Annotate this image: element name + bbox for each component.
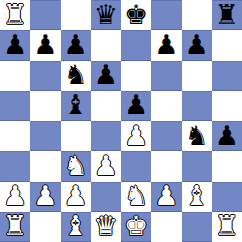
black-pawn[interactable]: ♟︎ — [215, 122, 239, 149]
square-b2[interactable]: ♟︎ — [30, 182, 60, 212]
square-c2[interactable]: ♟︎ — [61, 182, 91, 212]
square-a7[interactable]: ♟︎ — [0, 30, 30, 60]
square-g3[interactable] — [182, 151, 212, 181]
black-pawn[interactable]: ♟︎ — [64, 31, 88, 58]
black-pawn[interactable]: ♟︎ — [3, 31, 27, 58]
square-a1[interactable]: ♜︎ — [0, 212, 30, 242]
white-knight[interactable]: ♞︎ — [64, 152, 88, 179]
square-d1[interactable]: ♛︎ — [91, 212, 121, 242]
black-pawn[interactable]: ♟︎ — [154, 31, 178, 58]
square-c6[interactable]: ♞︎ — [61, 61, 91, 91]
white-bishop[interactable]: ♝︎ — [185, 182, 209, 209]
square-h5[interactable] — [212, 91, 242, 121]
square-g5[interactable] — [182, 91, 212, 121]
square-e1[interactable]: ♚︎ — [121, 212, 151, 242]
white-pawn[interactable]: ♟︎ — [124, 122, 148, 149]
square-c7[interactable]: ♟︎ — [61, 30, 91, 60]
square-g1[interactable] — [182, 212, 212, 242]
white-bishop[interactable]: ♝︎ — [64, 212, 88, 239]
square-a2[interactable]: ♟︎ — [0, 182, 30, 212]
square-h1[interactable]: ♜︎ — [212, 212, 242, 242]
square-h3[interactable] — [212, 151, 242, 181]
square-g4[interactable]: ♞︎ — [182, 121, 212, 151]
square-a8[interactable]: ♜︎ — [0, 0, 30, 30]
square-e2[interactable]: ♞︎ — [121, 182, 151, 212]
square-e7[interactable] — [121, 30, 151, 60]
square-a5[interactable] — [0, 91, 30, 121]
square-g6[interactable] — [182, 61, 212, 91]
square-b3[interactable] — [30, 151, 60, 181]
white-pawn[interactable]: ♟︎ — [3, 182, 27, 209]
white-pawn[interactable]: ♟︎ — [64, 182, 88, 209]
square-c5[interactable]: ♝︎ — [61, 91, 91, 121]
square-a4[interactable] — [0, 121, 30, 151]
black-king[interactable]: ♚︎ — [124, 1, 148, 28]
square-d4[interactable] — [91, 121, 121, 151]
square-g8[interactable] — [182, 0, 212, 30]
square-b4[interactable] — [30, 121, 60, 151]
square-f1[interactable] — [151, 212, 181, 242]
square-g7[interactable]: ♟︎ — [182, 30, 212, 60]
black-knight[interactable]: ♞︎ — [64, 61, 88, 88]
square-e4[interactable]: ♟︎ — [121, 121, 151, 151]
square-h4[interactable]: ♟︎ — [212, 121, 242, 151]
square-d7[interactable] — [91, 30, 121, 60]
square-f4[interactable] — [151, 121, 181, 151]
white-pawn[interactable]: ♟︎ — [33, 182, 57, 209]
white-knight[interactable]: ♞︎ — [124, 182, 148, 209]
square-f8[interactable] — [151, 0, 181, 30]
square-f5[interactable] — [151, 91, 181, 121]
chess-board: ♜︎♛︎♚︎♜︎♟︎♟︎♟︎♟︎♟︎♞︎♟︎♝︎♟︎♟︎♞︎♟︎♞︎♟︎♟︎♟︎… — [0, 0, 242, 242]
square-e6[interactable] — [121, 61, 151, 91]
square-h7[interactable] — [212, 30, 242, 60]
white-rook[interactable]: ♜︎ — [215, 212, 239, 239]
black-pawn[interactable]: ♟︎ — [33, 31, 57, 58]
square-e5[interactable]: ♟︎ — [121, 91, 151, 121]
white-queen[interactable]: ♛︎ — [94, 212, 118, 239]
square-f7[interactable]: ♟︎ — [151, 30, 181, 60]
square-b7[interactable]: ♟︎ — [30, 30, 60, 60]
black-pawn[interactable]: ♟︎ — [185, 31, 209, 58]
white-rook[interactable]: ♜︎ — [3, 212, 27, 239]
white-rook[interactable]: ♜︎ — [3, 1, 27, 28]
black-pawn[interactable]: ♟︎ — [124, 91, 148, 118]
square-d5[interactable] — [91, 91, 121, 121]
square-d3[interactable]: ♟︎ — [91, 151, 121, 181]
white-king[interactable]: ♚︎ — [124, 212, 148, 239]
black-queen[interactable]: ♛︎ — [94, 1, 118, 28]
square-f2[interactable]: ♟︎ — [151, 182, 181, 212]
square-b5[interactable] — [30, 91, 60, 121]
white-pawn[interactable]: ♟︎ — [94, 152, 118, 179]
square-a3[interactable] — [0, 151, 30, 181]
square-f3[interactable] — [151, 151, 181, 181]
square-e3[interactable] — [121, 151, 151, 181]
black-rook[interactable]: ♜︎ — [215, 1, 239, 28]
square-a6[interactable] — [0, 61, 30, 91]
black-bishop[interactable]: ♝︎ — [64, 91, 88, 118]
black-pawn[interactable]: ♟︎ — [94, 61, 118, 88]
square-f6[interactable] — [151, 61, 181, 91]
square-c4[interactable] — [61, 121, 91, 151]
square-b1[interactable] — [30, 212, 60, 242]
square-h6[interactable] — [212, 61, 242, 91]
square-d8[interactable]: ♛︎ — [91, 0, 121, 30]
square-c8[interactable] — [61, 0, 91, 30]
white-pawn[interactable]: ♟︎ — [154, 182, 178, 209]
square-h2[interactable] — [212, 182, 242, 212]
square-g2[interactable]: ♝︎ — [182, 182, 212, 212]
square-h8[interactable]: ♜︎ — [212, 0, 242, 30]
square-d6[interactable]: ♟︎ — [91, 61, 121, 91]
square-e8[interactable]: ♚︎ — [121, 0, 151, 30]
square-c3[interactable]: ♞︎ — [61, 151, 91, 181]
square-d2[interactable] — [91, 182, 121, 212]
black-knight[interactable]: ♞︎ — [185, 122, 209, 149]
square-b6[interactable] — [30, 61, 60, 91]
square-b8[interactable] — [30, 0, 60, 30]
square-c1[interactable]: ♝︎ — [61, 212, 91, 242]
